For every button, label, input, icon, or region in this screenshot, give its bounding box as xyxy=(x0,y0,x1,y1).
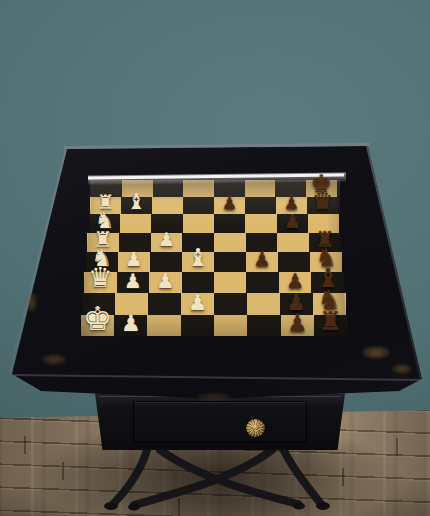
black-pawn-e7[interactable]: ♟ xyxy=(222,195,238,212)
white-pawn-b1[interactable]: ♟ xyxy=(121,312,141,335)
white-queen-a3[interactable]: ♛ xyxy=(88,264,113,292)
chess-pieces: ♚♜♝♟♟♛♞♟♜♟♜♞♟♝♟♞♛♟♟♟♝♟♟♞♚♟♟♜ xyxy=(0,0,430,516)
black-rook-h1[interactable]: ♜ xyxy=(319,309,342,335)
white-pawn-d2[interactable]: ♟ xyxy=(188,291,207,312)
chess-table-scene: ♚♜♝♟♟♛♞♟♜♟♜♞♟♝♟♞♛♟♟♟♝♟♟♞♚♟♟♜ xyxy=(0,0,430,516)
white-pawn-b4[interactable]: ♟ xyxy=(125,250,142,270)
black-pawn-g3[interactable]: ♟ xyxy=(286,271,304,291)
white-pawn-b3[interactable]: ♟ xyxy=(124,271,142,291)
black-pawn-g6[interactable]: ♟ xyxy=(284,213,300,231)
black-queen-h7[interactable]: ♛ xyxy=(312,189,333,213)
white-bishop-d4[interactable]: ♝ xyxy=(187,246,209,271)
white-pawn-c5[interactable]: ♟ xyxy=(158,231,175,250)
white-king-a1[interactable]: ♚ xyxy=(83,302,113,335)
black-pawn-g7[interactable]: ♟ xyxy=(284,195,300,212)
white-pawn-c3[interactable]: ♟ xyxy=(156,271,174,291)
black-pawn-f4[interactable]: ♟ xyxy=(253,250,270,270)
white-bishop-b7[interactable]: ♝ xyxy=(127,191,147,213)
black-pawn-g1[interactable]: ♟ xyxy=(287,312,307,335)
